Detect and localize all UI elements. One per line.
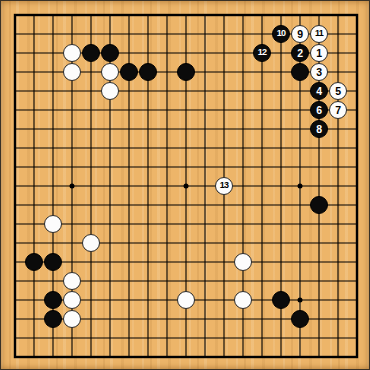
move-number: 5	[335, 86, 341, 97]
move-number: 6	[316, 105, 322, 116]
move-number: 3	[316, 67, 322, 78]
stone-white	[101, 82, 119, 100]
stone-black-move-6: 6	[310, 101, 328, 119]
stone-white-move-13: 13	[215, 177, 233, 195]
move-number: 7	[335, 105, 341, 116]
stone-white	[177, 291, 195, 309]
move-number: 8	[316, 124, 322, 135]
stone-white	[63, 291, 81, 309]
stone-black	[291, 63, 309, 81]
stone-white-move-3: 3	[310, 63, 328, 81]
stone-white	[44, 215, 62, 233]
stone-white	[63, 310, 81, 328]
stone-white	[101, 63, 119, 81]
stone-white-move-9: 9	[291, 25, 309, 43]
stone-black-move-4: 4	[310, 82, 328, 100]
stone-black	[44, 310, 62, 328]
stone-white-move-7: 7	[329, 101, 347, 119]
stone-black-move-12: 12	[253, 44, 271, 62]
stone-black	[139, 63, 157, 81]
stone-white-move-11: 11	[310, 25, 328, 43]
stone-black	[101, 44, 119, 62]
stone-black	[177, 63, 195, 81]
stone-white-move-1: 1	[310, 44, 328, 62]
stone-white	[63, 44, 81, 62]
stone-black-move-8: 8	[310, 120, 328, 138]
stone-black-move-10: 10	[272, 25, 290, 43]
stones-grid: 10911122134567813	[6, 6, 367, 367]
stone-white	[234, 253, 252, 271]
stone-white	[63, 63, 81, 81]
move-number: 10	[277, 29, 286, 38]
stone-black	[272, 291, 290, 309]
move-number: 2	[297, 48, 303, 59]
move-number: 12	[258, 48, 267, 57]
move-number: 13	[220, 181, 229, 190]
move-number: 9	[297, 29, 303, 40]
stone-black	[120, 63, 138, 81]
move-number: 11	[315, 29, 323, 38]
move-number: 4	[316, 86, 322, 97]
stone-white	[63, 272, 81, 290]
stone-white-move-5: 5	[329, 82, 347, 100]
move-number: 1	[316, 48, 322, 59]
stone-black-move-2: 2	[291, 44, 309, 62]
stone-black	[44, 291, 62, 309]
stone-black	[291, 310, 309, 328]
stone-black	[44, 253, 62, 271]
stone-black	[310, 196, 328, 214]
go-board-diagram: 10911122134567813	[0, 0, 370, 370]
stone-white	[82, 234, 100, 252]
stone-white	[234, 291, 252, 309]
stone-black	[82, 44, 100, 62]
stone-black	[25, 253, 43, 271]
